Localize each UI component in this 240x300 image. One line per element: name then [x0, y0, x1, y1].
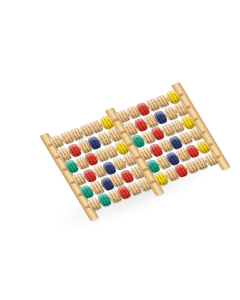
- foot-roller-device: [42, 86, 227, 215]
- product-photo: [0, 0, 240, 300]
